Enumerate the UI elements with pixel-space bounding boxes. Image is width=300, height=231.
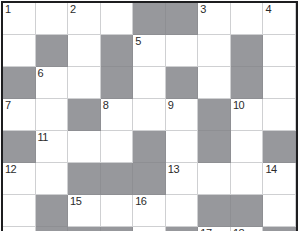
clue-number: 14: [265, 164, 276, 175]
blocked-cell: [36, 195, 69, 227]
crossword-cell[interactable]: 14: [263, 163, 296, 195]
blocked-cell: [198, 131, 231, 163]
crossword-cell[interactable]: 9: [166, 99, 199, 131]
clue-number: 17: [200, 228, 211, 231]
crossword-cell[interactable]: 16: [133, 195, 166, 227]
blocked-cell: [101, 35, 134, 67]
crossword-cell[interactable]: [231, 163, 264, 195]
crossword-cell[interactable]: [3, 195, 36, 227]
clue-number: 7: [5, 100, 11, 111]
crossword-cell[interactable]: [36, 163, 69, 195]
crossword-cell[interactable]: [198, 163, 231, 195]
blocked-cell: [231, 195, 264, 227]
crossword-cell[interactable]: 7: [3, 99, 36, 131]
crossword-cell[interactable]: [3, 227, 36, 231]
crossword-cell[interactable]: [231, 3, 264, 35]
crossword-cell[interactable]: [68, 131, 101, 163]
crossword-cell[interactable]: 18: [231, 227, 264, 231]
blocked-cell: [198, 195, 231, 227]
crossword-cell[interactable]: [263, 99, 296, 131]
crossword-cell[interactable]: [3, 35, 36, 67]
blocked-cell: [68, 163, 101, 195]
crossword-cell[interactable]: [166, 35, 199, 67]
crossword-cell[interactable]: [133, 227, 166, 231]
clue-number: 16: [135, 196, 146, 207]
clue-number: 12: [5, 164, 16, 175]
crossword-cell[interactable]: [263, 35, 296, 67]
blocked-cell: [101, 227, 134, 231]
clue-number: 3: [200, 4, 206, 15]
crossword-cell[interactable]: [263, 67, 296, 99]
crossword-cell[interactable]: [36, 3, 69, 35]
clue-number: 15: [70, 196, 81, 207]
crossword-cell[interactable]: 13: [166, 163, 199, 195]
crossword-cell[interactable]: 10: [231, 99, 264, 131]
crossword-cell[interactable]: 5: [133, 35, 166, 67]
crossword-cell[interactable]: 17: [198, 227, 231, 231]
blocked-cell: [133, 3, 166, 35]
crossword-cell[interactable]: [68, 35, 101, 67]
crossword-cell[interactable]: 11: [36, 131, 69, 163]
crossword-cell[interactable]: [133, 67, 166, 99]
crossword-cell[interactable]: [166, 131, 199, 163]
blocked-cell: [36, 35, 69, 67]
crossword-cell[interactable]: [133, 99, 166, 131]
crossword-cell[interactable]: 1: [3, 3, 36, 35]
clue-number: 5: [135, 36, 141, 47]
crossword-board: 123456789101112131415161718: [1, 1, 298, 231]
clue-number: 11: [38, 132, 48, 143]
clue-number: 9: [168, 100, 174, 111]
blocked-cell: [101, 163, 134, 195]
blocked-cell: [133, 131, 166, 163]
blocked-cell: [166, 3, 199, 35]
clue-number: 10: [233, 100, 244, 111]
clue-number: 1: [5, 4, 11, 15]
blocked-cell: [3, 67, 36, 99]
crossword-grid: 123456789101112131415161718: [3, 3, 296, 231]
crossword-cell[interactable]: [68, 67, 101, 99]
clue-number: 6: [38, 68, 44, 79]
blocked-cell: [68, 99, 101, 131]
crossword-cell[interactable]: [166, 195, 199, 227]
clue-number: 13: [168, 164, 179, 175]
crossword-cell[interactable]: [198, 35, 231, 67]
clue-number: 18: [233, 228, 244, 231]
blocked-cell: [101, 67, 134, 99]
crossword-page: 123456789101112131415161718: [0, 0, 300, 231]
blocked-cell: [231, 67, 264, 99]
blocked-cell: [263, 131, 296, 163]
blocked-cell: [3, 131, 36, 163]
blocked-cell: [198, 99, 231, 131]
crossword-cell[interactable]: [198, 67, 231, 99]
crossword-cell[interactable]: [101, 131, 134, 163]
crossword-cell[interactable]: 3: [198, 3, 231, 35]
crossword-cell[interactable]: 15: [68, 195, 101, 227]
blocked-cell: [166, 67, 199, 99]
crossword-cell[interactable]: [36, 99, 69, 131]
blocked-cell: [133, 163, 166, 195]
blocked-cell: [263, 227, 296, 231]
clue-number: 4: [265, 4, 271, 15]
clue-number: 8: [103, 100, 109, 111]
crossword-cell[interactable]: [101, 3, 134, 35]
crossword-cell[interactable]: 4: [263, 3, 296, 35]
crossword-cell[interactable]: [101, 195, 134, 227]
crossword-cell[interactable]: [263, 195, 296, 227]
crossword-cell[interactable]: [231, 131, 264, 163]
crossword-cell[interactable]: 6: [36, 67, 69, 99]
blocked-cell: [231, 35, 264, 67]
blocked-cell: [166, 227, 199, 231]
blocked-cell: [36, 227, 69, 231]
crossword-cell[interactable]: 12: [3, 163, 36, 195]
crossword-cell[interactable]: 2: [68, 3, 101, 35]
crossword-cell[interactable]: 8: [101, 99, 134, 131]
clue-number: 2: [70, 4, 76, 15]
blocked-cell: [68, 227, 101, 231]
